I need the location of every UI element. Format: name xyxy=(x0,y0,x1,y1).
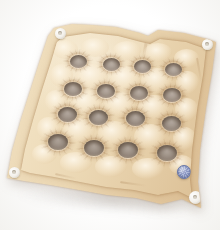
corner-grommet xyxy=(55,28,66,39)
grommet-layer xyxy=(0,0,220,230)
grommet-hole xyxy=(193,195,198,200)
corner-grommet xyxy=(9,167,20,178)
product-photo-canvas xyxy=(0,0,220,230)
air-cushion xyxy=(0,0,220,230)
corner-grommet xyxy=(189,191,202,204)
grommet-hole xyxy=(205,42,209,46)
cushion-flange xyxy=(0,0,220,230)
grommet-hole xyxy=(12,170,16,174)
corner-grommet xyxy=(202,39,213,50)
grommet-hole xyxy=(58,31,62,35)
